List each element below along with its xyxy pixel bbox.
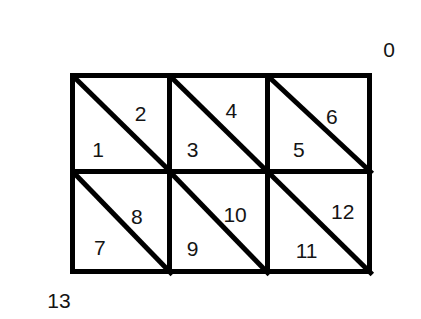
triangle-label-upper: 10	[223, 203, 246, 224]
triangle-label-lower: 9	[187, 237, 199, 258]
triangle-label-lower: 7	[94, 237, 106, 258]
triangle-label-lower: 11	[296, 239, 318, 260]
triangle-label-lower: 5	[293, 139, 305, 160]
board-cell-r2c3: 11 12	[270, 174, 367, 270]
triangle-label-upper: 12	[331, 200, 354, 221]
diagonal-line	[270, 78, 372, 174]
triangle-label-upper: 8	[131, 206, 143, 227]
diagonal-line	[75, 174, 172, 275]
diagram-canvas: 0 1 2 3 4 5 6 7 8	[0, 0, 421, 319]
triangle-label-upper: 4	[226, 99, 238, 120]
triangle-label-lower: 1	[92, 138, 104, 159]
board-cell-r1c3: 5 6	[270, 78, 367, 174]
triangle-label-lower: 3	[187, 138, 199, 159]
triangle-label-upper: 2	[135, 103, 147, 124]
triangle-label-upper: 6	[326, 106, 338, 127]
board-cell-r2c2: 9 10	[172, 174, 269, 270]
diagonal-line	[270, 174, 372, 275]
board-cell-r1c1: 1 2	[75, 78, 172, 174]
board-cell-r1c2: 3 4	[172, 78, 269, 174]
outside-label-top-right: 0	[383, 39, 395, 60]
board-cell-r2c1: 7 8	[75, 174, 172, 270]
diagonal-line	[75, 78, 172, 174]
outside-label-bottom-left: 13	[47, 290, 70, 311]
triangle-grid-board: 1 2 3 4 5 6 7 8	[70, 73, 372, 274]
